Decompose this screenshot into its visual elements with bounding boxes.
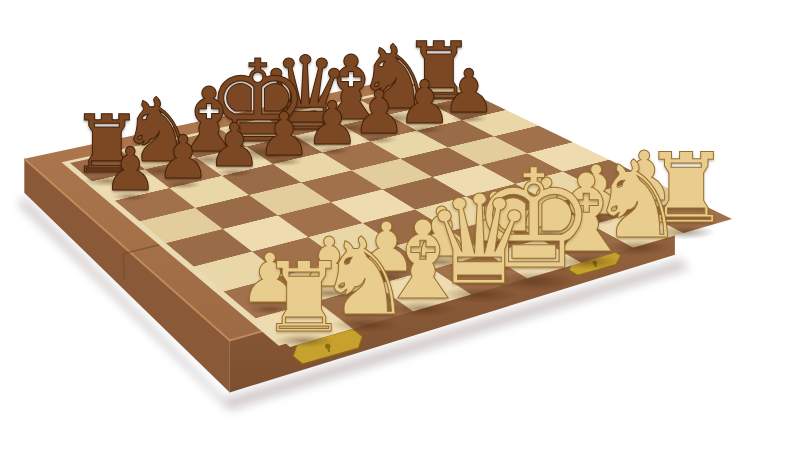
pawn-icon: ♟ [305,94,359,154]
piece-black-pawn-f7[interactable]: ♟ [352,83,406,143]
piece-black-pawn-a7[interactable]: ♟ [103,140,157,200]
piece-contact-shadow [216,168,253,177]
piece-contact-shadow [314,146,351,155]
pawn-icon: ♟ [103,140,157,200]
piece-contact-shadow [266,157,303,166]
piece-black-pawn-e7[interactable]: ♟ [305,94,359,154]
piece-white-rook-a1[interactable]: ♜ [260,249,347,346]
fold-seam-side [123,254,124,280]
pawn-icon: ♟ [156,128,210,188]
pawn-icon: ♟ [208,116,262,176]
pawn-icon: ♟ [352,83,406,143]
rook-icon: ♜ [260,249,347,346]
chess-scene: ♜♞♟♝♟♛♟♚♟♝♟♞♟♜♟♟♟♟♜♟♞♟♝♟♚♟♛♟♝♟♞♜ [0,0,800,468]
pawn-icon: ♟ [257,105,311,165]
piece-contact-shadow [450,115,487,124]
piece-contact-shadow [406,125,443,134]
piece-contact-shadow [112,192,149,201]
piece-black-pawn-b7[interactable]: ♟ [156,128,210,188]
piece-black-pawn-c7[interactable]: ♟ [208,116,262,176]
piece-contact-shadow [361,135,398,144]
piece-contact-shadow [165,180,202,189]
piece-black-pawn-d7[interactable]: ♟ [257,105,311,165]
